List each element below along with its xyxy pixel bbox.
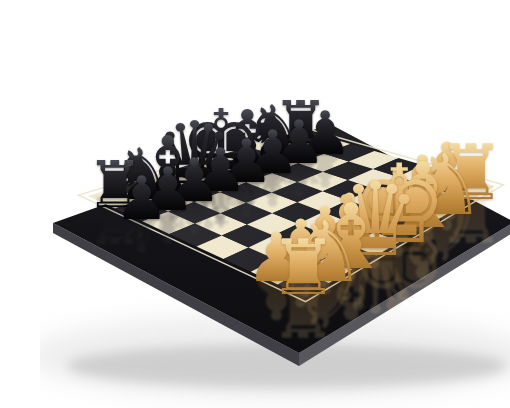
chess-board	[40, 16, 510, 408]
chess-set-product-photo: ♜♜♟♟♞♞♟♟♝♝♚♚♟♟♛♛♟♟♝♝♟♟♟♟♜♜♞♞♟♟♟♟♜♜♟♟♞♞♟♟…	[40, 16, 510, 408]
